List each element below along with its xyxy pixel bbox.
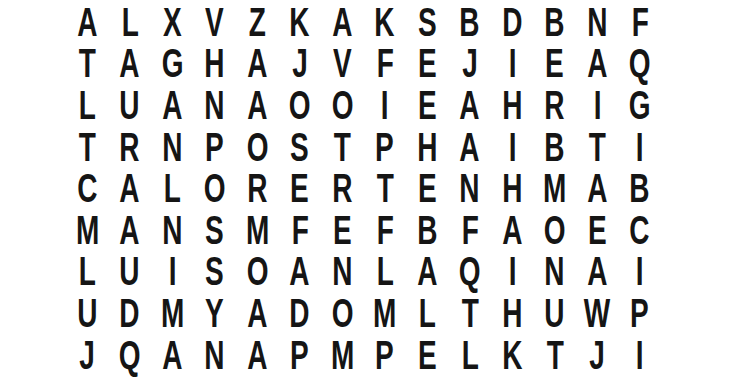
grid-cell[interactable]: W [576,292,619,334]
grid-letter: P [375,127,394,167]
grid-letter: N [162,127,182,167]
grid-cell[interactable]: I [619,334,662,376]
grid-cell[interactable]: V [321,43,364,85]
grid-cell[interactable]: Z [236,1,279,43]
grid-cell[interactable]: N [151,209,194,251]
grid-cell[interactable]: M [364,292,407,334]
grid-letter: B [460,2,480,42]
grid-letter: P [290,335,309,375]
grid-cell[interactable]: I [576,84,619,126]
grid-cell[interactable]: L [66,84,109,126]
word-search-grid: ALXVZKAKSBDBNFTAGHAJVFEJIEAQLUANAOOIEAHR… [66,1,661,375]
grid-cell[interactable]: A [109,167,152,209]
grid-letter: U [77,293,97,333]
grid-cell[interactable]: N [151,126,194,168]
grid-cell[interactable]: E [406,334,449,376]
grid-letter: R [332,168,352,208]
grid-cell[interactable]: M [321,334,364,376]
grid-cell[interactable]: I [491,126,534,168]
grid-cell[interactable]: R [236,167,279,209]
grid-letter: B [630,168,650,208]
grid-cell[interactable]: S [406,1,449,43]
grid-letter: U [120,251,140,291]
grid-letter: L [79,85,96,125]
grid-cell[interactable]: A [406,251,449,293]
page-background: { "game": "word-search", "grid": { "rows… [0,0,730,383]
grid-cell[interactable]: A [236,84,279,126]
grid-cell[interactable]: J [279,43,322,85]
grid-letter: A [290,251,310,291]
grid-letter: S [205,251,224,291]
grid-cell[interactable]: I [619,126,662,168]
grid-cell[interactable]: R [534,84,577,126]
grid-letter: F [376,210,393,250]
grid-letter: T [461,293,478,333]
grid-letter: E [418,43,437,83]
grid-letter: A [587,168,607,208]
grid-letter: T [546,335,563,375]
grid-cell[interactable]: E [279,167,322,209]
grid-cell[interactable]: A [236,43,279,85]
grid-letter: Z [249,2,266,42]
grid-cell[interactable]: P [279,334,322,376]
grid-cell[interactable]: D [279,292,322,334]
grid-letter: M [161,293,184,333]
grid-cell[interactable]: I [151,251,194,293]
grid-cell[interactable]: N [321,251,364,293]
grid-letter: L [461,335,478,375]
grid-cell[interactable]: J [576,334,619,376]
grid-letter: H [417,127,437,167]
grid-cell[interactable]: U [66,292,109,334]
grid-cell[interactable]: I [619,251,662,293]
grid-letter: T [334,127,351,167]
grid-cell[interactable]: A [151,334,194,376]
grid-letter: H [502,293,522,333]
grid-cell[interactable]: A [576,251,619,293]
grid-letter: I [168,251,176,291]
grid-letter: O [544,210,566,250]
grid-letter: P [375,335,394,375]
grid-letter: A [162,85,182,125]
grid-letter: L [164,168,181,208]
grid-letter: T [376,168,393,208]
grid-letter: T [589,127,606,167]
grid-cell[interactable]: B [406,209,449,251]
grid-letter: J [292,43,308,83]
grid-cell[interactable]: A [576,43,619,85]
grid-cell[interactable]: N [194,84,237,126]
grid-cell[interactable]: Q [619,43,662,85]
grid-letter: K [375,2,395,42]
grid-letter: V [205,2,224,42]
grid-letter: N [460,168,480,208]
grid-cell[interactable]: U [109,251,152,293]
grid-cell[interactable]: F [364,43,407,85]
grid-letter: S [290,127,309,167]
grid-letter: G [629,85,651,125]
grid-cell[interactable]: O [321,84,364,126]
grid-letter: H [205,43,225,83]
grid-letter: A [247,85,267,125]
grid-cell[interactable]: L [151,167,194,209]
grid-letter: A [587,43,607,83]
grid-letter: U [545,293,565,333]
grid-letter: K [502,335,522,375]
grid-cell[interactable]: I [364,84,407,126]
grid-cell[interactable]: B [534,126,577,168]
grid-letter: A [247,335,267,375]
grid-cell[interactable]: D [109,292,152,334]
grid-letter: N [332,251,352,291]
grid-letter: E [588,210,607,250]
grid-letter: D [120,293,140,333]
grid-letter: L [121,2,138,42]
grid-cell[interactable]: E [406,167,449,209]
grid-letter: L [376,251,393,291]
grid-cell[interactable]: A [449,126,492,168]
grid-letter: A [120,168,140,208]
grid-letter: T [79,127,96,167]
grid-letter: L [419,293,436,333]
grid-letter: A [120,210,140,250]
grid-cell[interactable]: L [66,251,109,293]
grid-cell[interactable]: A [66,1,109,43]
grid-cell[interactable]: A [491,209,534,251]
grid-cell[interactable]: F [619,1,662,43]
grid-cell[interactable]: H [491,84,534,126]
grid-letter: B [545,2,565,42]
grid-cell[interactable]: B [449,1,492,43]
grid-letter: O [331,293,353,333]
grid-cell[interactable]: N [576,1,619,43]
grid-letter: F [376,43,393,83]
grid-cell[interactable]: L [364,251,407,293]
grid-cell[interactable]: G [619,84,662,126]
grid-letter: R [120,127,140,167]
grid-cell[interactable]: E [406,43,449,85]
grid-cell[interactable]: E [576,209,619,251]
grid-letter: R [247,168,267,208]
grid-cell[interactable]: N [449,167,492,209]
grid-cell[interactable]: P [194,126,237,168]
grid-letter: P [205,127,224,167]
grid-cell[interactable]: I [491,43,534,85]
grid-cell[interactable]: O [321,292,364,334]
grid-cell[interactable]: F [364,209,407,251]
grid-letter: H [502,168,522,208]
grid-letter: P [630,293,649,333]
grid-cell[interactable]: F [279,209,322,251]
grid-cell[interactable]: O [534,209,577,251]
grid-letter: A [460,127,480,167]
grid-letter: O [289,85,311,125]
grid-cell[interactable]: A [151,84,194,126]
grid-cell[interactable]: P [364,126,407,168]
grid-cell[interactable]: A [321,1,364,43]
grid-cell[interactable]: E [534,43,577,85]
grid-letter: G [161,43,183,83]
grid-letter: A [587,251,607,291]
grid-cell[interactable]: M [151,292,194,334]
grid-letter: U [120,85,140,125]
grid-cell[interactable]: X [151,1,194,43]
grid-letter: A [162,335,182,375]
grid-letter: S [205,210,224,250]
grid-cell[interactable]: A [576,167,619,209]
grid-cell[interactable]: O [279,84,322,126]
grid-cell[interactable]: Q [449,251,492,293]
grid-cell[interactable]: U [534,292,577,334]
grid-cell[interactable]: T [449,292,492,334]
grid-letter: F [291,210,308,250]
grid-cell[interactable]: L [109,1,152,43]
grid-cell[interactable]: F [449,209,492,251]
grid-cell[interactable]: S [194,209,237,251]
grid-letter: S [418,2,437,42]
grid-letter: I [508,43,516,83]
grid-letter: T [79,43,96,83]
grid-cell[interactable]: P [364,334,407,376]
grid-letter: Q [119,335,141,375]
grid-letter: C [630,210,650,250]
grid-cell[interactable]: M [534,167,577,209]
grid-cell[interactable]: I [491,251,534,293]
grid-cell[interactable]: H [491,292,534,334]
grid-letter: M [246,210,269,250]
grid-cell[interactable]: T [534,334,577,376]
grid-cell[interactable]: A [109,209,152,251]
grid-letter: X [163,2,182,42]
grid-cell[interactable]: A [449,84,492,126]
grid-cell[interactable]: J [66,334,109,376]
grid-letter: L [79,251,96,291]
grid-letter: M [373,293,396,333]
grid-letter: A [332,2,352,42]
grid-cell[interactable]: T [66,43,109,85]
grid-letter: I [508,251,516,291]
grid-letter: N [205,85,225,125]
grid-cell[interactable]: H [406,126,449,168]
grid-cell[interactable]: U [109,84,152,126]
grid-letter: E [418,335,437,375]
grid-letter: I [508,127,516,167]
grid-letter: J [462,43,478,83]
grid-letter: H [502,85,522,125]
grid-letter: E [333,210,352,250]
grid-letter: O [331,85,353,125]
grid-letter: E [418,85,437,125]
grid-cell[interactable]: D [491,1,534,43]
grid-letter: O [246,127,268,167]
grid-cell[interactable]: O [194,167,237,209]
grid-letter: D [290,293,310,333]
grid-letter: I [636,127,644,167]
grid-cell[interactable]: B [619,167,662,209]
grid-cell[interactable]: K [279,1,322,43]
grid-cell[interactable]: T [576,126,619,168]
grid-cell[interactable]: A [279,251,322,293]
grid-letter: K [290,2,310,42]
grid-cell[interactable]: R [109,126,152,168]
grid-cell[interactable]: T [321,126,364,168]
grid-letter: Q [629,43,651,83]
grid-cell[interactable]: R [321,167,364,209]
grid-cell[interactable]: T [364,167,407,209]
grid-cell[interactable]: G [151,43,194,85]
grid-cell[interactable]: S [194,251,237,293]
grid-cell[interactable]: A [109,43,152,85]
grid-letter: M [76,210,99,250]
grid-letter: W [584,293,610,333]
grid-cell[interactable]: J [449,43,492,85]
grid-letter: I [636,251,644,291]
grid-letter: Q [459,251,481,291]
grid-letter: O [246,251,268,291]
grid-cell[interactable]: L [406,292,449,334]
grid-letter: O [204,168,226,208]
grid-letter: A [247,43,267,83]
grid-letter: A [77,2,97,42]
grid-letter: A [502,210,522,250]
grid-cell[interactable]: Y [194,292,237,334]
grid-letter: N [162,210,182,250]
grid-cell[interactable]: A [236,292,279,334]
grid-letter: Y [205,293,224,333]
grid-letter: F [461,210,478,250]
grid-cell[interactable]: O [236,251,279,293]
grid-letter: E [418,168,437,208]
grid-cell[interactable]: E [406,84,449,126]
grid-letter: F [631,2,648,42]
grid-cell[interactable]: Q [109,334,152,376]
grid-letter: E [290,168,309,208]
grid-cell[interactable]: N [194,334,237,376]
grid-cell[interactable]: E [321,209,364,251]
grid-letter: N [205,335,225,375]
grid-letter: B [417,210,437,250]
grid-cell[interactable]: C [66,167,109,209]
grid-cell[interactable]: C [619,209,662,251]
grid-cell[interactable]: O [236,126,279,168]
grid-letter: A [460,85,480,125]
grid-cell[interactable]: H [491,167,534,209]
grid-letter: I [381,85,389,125]
grid-cell[interactable]: V [194,1,237,43]
grid-letter: M [543,168,566,208]
grid-cell[interactable]: N [534,251,577,293]
grid-letter: A [417,251,437,291]
grid-cell[interactable]: L [449,334,492,376]
grid-letter: C [77,168,97,208]
grid-cell[interactable]: K [364,1,407,43]
grid-cell[interactable]: A [236,334,279,376]
grid-letter: N [587,2,607,42]
grid-letter: D [502,2,522,42]
grid-cell[interactable]: S [279,126,322,168]
grid-letter: E [545,43,564,83]
grid-cell[interactable]: B [534,1,577,43]
grid-letter: A [247,293,267,333]
grid-letter: M [331,335,354,375]
grid-cell[interactable]: K [491,334,534,376]
grid-letter: I [593,85,601,125]
grid-cell[interactable]: M [66,209,109,251]
grid-letter: A [120,43,140,83]
grid-letter: B [545,127,565,167]
grid-letter: J [79,335,95,375]
grid-cell[interactable]: M [236,209,279,251]
grid-cell[interactable]: T [66,126,109,168]
grid-letter: I [636,335,644,375]
grid-cell[interactable]: H [194,43,237,85]
grid-cell[interactable]: P [619,292,662,334]
grid-letter: J [589,335,605,375]
grid-letter: R [545,85,565,125]
grid-letter: V [333,43,352,83]
grid-letter: N [545,251,565,291]
